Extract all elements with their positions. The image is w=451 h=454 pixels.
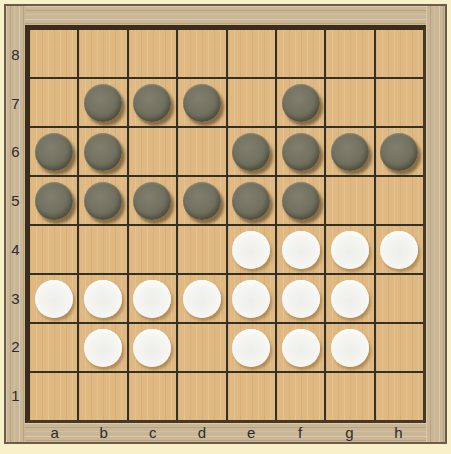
black-disc-f5	[282, 182, 320, 220]
cell-e8[interactable]	[228, 30, 275, 77]
file-label-d: d	[177, 423, 226, 442]
cell-a3[interactable]	[30, 275, 77, 322]
black-disc-a5	[35, 182, 73, 220]
rank-label-7: 7	[6, 79, 25, 128]
board-frame-top	[6, 6, 445, 25]
cell-e5[interactable]	[228, 177, 275, 224]
cell-d1[interactable]	[178, 373, 225, 420]
black-disc-a6	[35, 133, 73, 171]
cell-h6[interactable]	[376, 128, 423, 175]
file-label-e: e	[227, 423, 276, 442]
cell-h5[interactable]	[376, 177, 423, 224]
black-disc-d5	[183, 182, 221, 220]
rank-label-1: 1	[6, 371, 25, 420]
black-disc-d7	[183, 84, 221, 122]
cell-e1[interactable]	[228, 373, 275, 420]
cell-c8[interactable]	[129, 30, 176, 77]
cell-g7[interactable]	[326, 79, 373, 126]
cell-b6[interactable]	[79, 128, 126, 175]
rank-label-2: 2	[6, 323, 25, 372]
rank-label-8: 8	[6, 30, 25, 79]
page-background: 87654321 abcdefgh	[0, 0, 451, 454]
black-disc-e5	[232, 182, 270, 220]
cell-e3[interactable]	[228, 275, 275, 322]
cell-g5[interactable]	[326, 177, 373, 224]
black-disc-g6	[331, 133, 369, 171]
cell-f3[interactable]	[277, 275, 324, 322]
cell-d8[interactable]	[178, 30, 225, 77]
file-labels: abcdefgh	[30, 423, 423, 442]
rank-labels: 87654321	[6, 30, 25, 420]
cell-d3[interactable]	[178, 275, 225, 322]
cell-a2[interactable]	[30, 324, 77, 371]
cell-b5[interactable]	[79, 177, 126, 224]
white-disc-g3	[331, 280, 369, 318]
cell-g3[interactable]	[326, 275, 373, 322]
white-disc-e4	[232, 231, 270, 269]
white-disc-c2	[133, 329, 171, 367]
black-disc-b6	[84, 133, 122, 171]
cell-c2[interactable]	[129, 324, 176, 371]
cell-h1[interactable]	[376, 373, 423, 420]
white-disc-d3	[183, 280, 221, 318]
cell-d7[interactable]	[178, 79, 225, 126]
cell-f1[interactable]	[277, 373, 324, 420]
cell-h3[interactable]	[376, 275, 423, 322]
white-disc-b2	[84, 329, 122, 367]
black-disc-f7	[282, 84, 320, 122]
cell-e6[interactable]	[228, 128, 275, 175]
cell-b8[interactable]	[79, 30, 126, 77]
white-disc-e3	[232, 280, 270, 318]
cell-h8[interactable]	[376, 30, 423, 77]
cell-d6[interactable]	[178, 128, 225, 175]
black-disc-c5	[133, 182, 171, 220]
white-disc-f3	[282, 280, 320, 318]
cell-d2[interactable]	[178, 324, 225, 371]
cell-c1[interactable]	[129, 373, 176, 420]
rank-label-3: 3	[6, 274, 25, 323]
othello-board: 87654321 abcdefgh	[4, 4, 447, 444]
file-label-f: f	[276, 423, 325, 442]
black-disc-f6	[282, 133, 320, 171]
cell-h4[interactable]	[376, 226, 423, 273]
cell-g6[interactable]	[326, 128, 373, 175]
white-disc-g4	[331, 231, 369, 269]
cell-c3[interactable]	[129, 275, 176, 322]
cell-b2[interactable]	[79, 324, 126, 371]
cell-f8[interactable]	[277, 30, 324, 77]
cell-e2[interactable]	[228, 324, 275, 371]
black-disc-c7	[133, 84, 171, 122]
cell-d5[interactable]	[178, 177, 225, 224]
board-grid	[30, 30, 423, 420]
cell-f5[interactable]	[277, 177, 324, 224]
cell-e7[interactable]	[228, 79, 275, 126]
white-disc-e2	[232, 329, 270, 367]
black-disc-b5	[84, 182, 122, 220]
black-disc-b7	[84, 84, 122, 122]
white-disc-c3	[133, 280, 171, 318]
cell-a7[interactable]	[30, 79, 77, 126]
white-disc-h4	[380, 231, 418, 269]
cell-c6[interactable]	[129, 128, 176, 175]
cell-b7[interactable]	[79, 79, 126, 126]
white-disc-a3	[35, 280, 73, 318]
cell-e4[interactable]	[228, 226, 275, 273]
cell-a1[interactable]	[30, 373, 77, 420]
file-label-g: g	[325, 423, 374, 442]
cell-f7[interactable]	[277, 79, 324, 126]
cell-g2[interactable]	[326, 324, 373, 371]
white-disc-g2	[331, 329, 369, 367]
rank-label-4: 4	[6, 225, 25, 274]
cell-c4[interactable]	[129, 226, 176, 273]
board-frame-right	[426, 6, 445, 442]
cell-h7[interactable]	[376, 79, 423, 126]
cell-g8[interactable]	[326, 30, 373, 77]
cell-f2[interactable]	[277, 324, 324, 371]
black-disc-e6	[232, 133, 270, 171]
cell-f6[interactable]	[277, 128, 324, 175]
cell-a4[interactable]	[30, 226, 77, 273]
cell-a8[interactable]	[30, 30, 77, 77]
file-label-b: b	[79, 423, 128, 442]
file-label-h: h	[374, 423, 423, 442]
white-disc-f2	[282, 329, 320, 367]
white-disc-f4	[282, 231, 320, 269]
cell-b4[interactable]	[79, 226, 126, 273]
board-field	[25, 25, 426, 423]
black-disc-h6	[380, 133, 418, 171]
cell-c5[interactable]	[129, 177, 176, 224]
rank-label-6: 6	[6, 128, 25, 177]
cell-g4[interactable]	[326, 226, 373, 273]
cell-b1[interactable]	[79, 373, 126, 420]
cell-a5[interactable]	[30, 177, 77, 224]
file-label-a: a	[30, 423, 79, 442]
cell-c7[interactable]	[129, 79, 176, 126]
cell-b3[interactable]	[79, 275, 126, 322]
rank-label-5: 5	[6, 176, 25, 225]
white-disc-b3	[84, 280, 122, 318]
cell-a6[interactable]	[30, 128, 77, 175]
cell-f4[interactable]	[277, 226, 324, 273]
file-label-c: c	[128, 423, 177, 442]
cell-h2[interactable]	[376, 324, 423, 371]
cell-d4[interactable]	[178, 226, 225, 273]
cell-g1[interactable]	[326, 373, 373, 420]
